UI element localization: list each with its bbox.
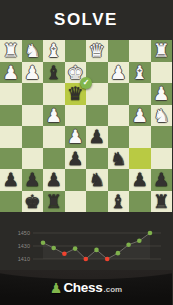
board-square[interactable]: ♟ [22, 169, 44, 191]
board-square[interactable]: ♜ [151, 191, 173, 213]
board-square[interactable] [108, 105, 130, 127]
white-bishop-piece[interactable]: ♝ [131, 62, 148, 84]
header-bar: SOLVE [0, 0, 172, 40]
board-square[interactable] [151, 126, 173, 148]
board-square[interactable] [43, 148, 65, 170]
board-square[interactable] [65, 105, 87, 127]
brand-name: Chess [63, 280, 102, 295]
board-square[interactable]: ♟ [108, 62, 130, 84]
black-pawn-piece[interactable]: ♟ [24, 169, 41, 191]
board-square[interactable] [108, 40, 130, 62]
board-square[interactable] [22, 148, 44, 170]
black-rook-piece[interactable]: ♜ [153, 191, 170, 213]
board-square[interactable] [0, 148, 22, 170]
board-square[interactable]: ♞ [86, 169, 108, 191]
white-knight-piece[interactable]: ♞ [24, 40, 41, 62]
rating-dot-win [126, 242, 131, 247]
white-pawn-piece[interactable]: ♟ [131, 105, 148, 127]
black-bishop-piece[interactable]: ♝ [110, 191, 127, 213]
pawn-logo-icon: ♟ [50, 281, 63, 295]
y-axis-tick-label: 1430 [18, 243, 30, 249]
chesscom-logo: ♟ Chess .com [50, 280, 122, 295]
white-pawn-piece[interactable]: ♟ [2, 62, 19, 84]
board-square[interactable]: ♞ [22, 40, 44, 62]
board-square[interactable] [129, 126, 151, 148]
board-square[interactable]: ♜ [0, 40, 22, 62]
board-square[interactable] [65, 191, 87, 213]
board-square[interactable] [108, 83, 130, 105]
brand-tld: .com [103, 285, 122, 294]
black-pawn-piece[interactable]: ♟ [153, 169, 170, 191]
white-pawn-piece[interactable]: ♟ [24, 62, 41, 84]
black-pawn-piece[interactable]: ♟ [67, 148, 84, 170]
board-square[interactable] [108, 126, 130, 148]
rating-chart: 145014301410 [0, 212, 172, 270]
board-square[interactable]: ♜ [43, 191, 65, 213]
white-rook-piece[interactable]: ♜ [2, 40, 19, 62]
board-square[interactable] [129, 148, 151, 170]
rating-dot-win [137, 239, 142, 244]
board-square[interactable] [43, 126, 65, 148]
board-square[interactable]: ♟ [129, 169, 151, 191]
footer-logo-bar: ♟ Chess .com [0, 270, 172, 305]
board-square[interactable] [151, 62, 173, 84]
correct-move-check-badge: ✓ [80, 77, 92, 89]
board-square[interactable] [129, 40, 151, 62]
white-knight-piece[interactable]: ♞ [153, 105, 170, 127]
board-square[interactable]: ♟ [151, 169, 173, 191]
board-square[interactable]: ♟ [0, 62, 22, 84]
black-rook-piece[interactable]: ♜ [45, 191, 62, 213]
white-pawn-piece[interactable]: ♟ [153, 83, 170, 105]
board-square[interactable]: ♚ [22, 191, 44, 213]
board-square[interactable]: ♟ [43, 169, 65, 191]
board-square[interactable]: ♝ [108, 191, 130, 213]
black-pawn-piece[interactable]: ♟ [45, 169, 62, 191]
black-pawn-piece[interactable]: ♟ [131, 169, 148, 191]
black-king-piece[interactable]: ♚ [24, 191, 41, 213]
white-pawn-piece[interactable]: ♟ [110, 62, 127, 84]
rating-dot-win [51, 246, 56, 251]
board-square[interactable] [22, 126, 44, 148]
white-pawn-piece[interactable]: ♟ [45, 105, 62, 127]
board-square[interactable] [65, 169, 87, 191]
y-axis-tick-label: 1410 [18, 256, 30, 262]
rating-dot-win [148, 231, 153, 236]
white-queen-piece[interactable]: ♛ [88, 40, 105, 62]
board-square[interactable]: ♟ [65, 148, 87, 170]
board-square[interactable]: ♟ [43, 105, 65, 127]
rating-dot-loss [105, 257, 110, 262]
rating-dot-win [94, 248, 99, 253]
rating-dot-loss [62, 252, 67, 257]
board-square[interactable]: ♝ [129, 62, 151, 84]
rating-dot-loss [84, 257, 89, 262]
rating-dot-win [41, 240, 46, 245]
board-square[interactable] [151, 148, 173, 170]
board-square[interactable] [86, 105, 108, 127]
white-pawn-piece[interactable]: ♟ [67, 126, 84, 148]
board-square[interactable] [86, 191, 108, 213]
page-title: SOLVE [54, 10, 118, 30]
board-square[interactable]: ♞ [151, 105, 173, 127]
board-square[interactable]: ♜ [151, 40, 173, 62]
board-square[interactable]: ♟ [0, 169, 22, 191]
board-square[interactable]: ♟ [129, 105, 151, 127]
black-pawn-piece[interactable]: ♟ [2, 169, 19, 191]
black-bishop-piece[interactable]: ♝ [45, 62, 62, 84]
board-square[interactable]: ♟ [151, 83, 173, 105]
rating-dot-win [73, 246, 78, 251]
y-axis-tick-label: 1450 [18, 230, 30, 236]
board-square[interactable] [22, 105, 44, 127]
white-bishop-piece[interactable]: ♝ [45, 40, 62, 62]
board-square[interactable]: ♞ [108, 148, 130, 170]
white-rook-piece[interactable]: ♜ [153, 40, 170, 62]
board-square[interactable]: ♝ [43, 40, 65, 62]
puzzle-ad: SOLVE ♜♞♝♛♜♟♟♝♚♟♝♛✓♟♟♟♞♟♟♟♞♟♟♟♞♟♟♚♜♝♜ 14… [0, 0, 172, 305]
board-square[interactable] [22, 83, 44, 105]
board-square[interactable] [0, 83, 22, 105]
board-square[interactable] [86, 148, 108, 170]
board-square[interactable] [0, 191, 22, 213]
board-square[interactable]: ♛✓ [65, 83, 87, 105]
board-square[interactable]: ♟ [86, 126, 108, 148]
board-square[interactable] [129, 191, 151, 213]
board-square[interactable]: ♟ [22, 62, 44, 84]
board-square[interactable] [43, 83, 65, 105]
board-square[interactable] [0, 105, 22, 127]
chess-board[interactable]: ♜♞♝♛♜♟♟♝♚♟♝♛✓♟♟♟♞♟♟♟♞♟♟♟♞♟♟♚♜♝♜ [0, 40, 172, 212]
board-square[interactable]: ♛ [86, 40, 108, 62]
black-pawn-piece[interactable]: ♟ [88, 126, 105, 148]
rating-chart-panel: 145014301410 [0, 212, 172, 270]
board-square[interactable] [0, 126, 22, 148]
board-square[interactable] [65, 40, 87, 62]
board-square[interactable]: ♝ [43, 62, 65, 84]
black-knight-piece[interactable]: ♞ [110, 148, 127, 170]
board-square[interactable]: ♟ [65, 126, 87, 148]
board-square[interactable] [108, 169, 130, 191]
board-square[interactable] [129, 83, 151, 105]
rating-dot-win [116, 251, 121, 256]
black-knight-piece[interactable]: ♞ [88, 169, 105, 191]
